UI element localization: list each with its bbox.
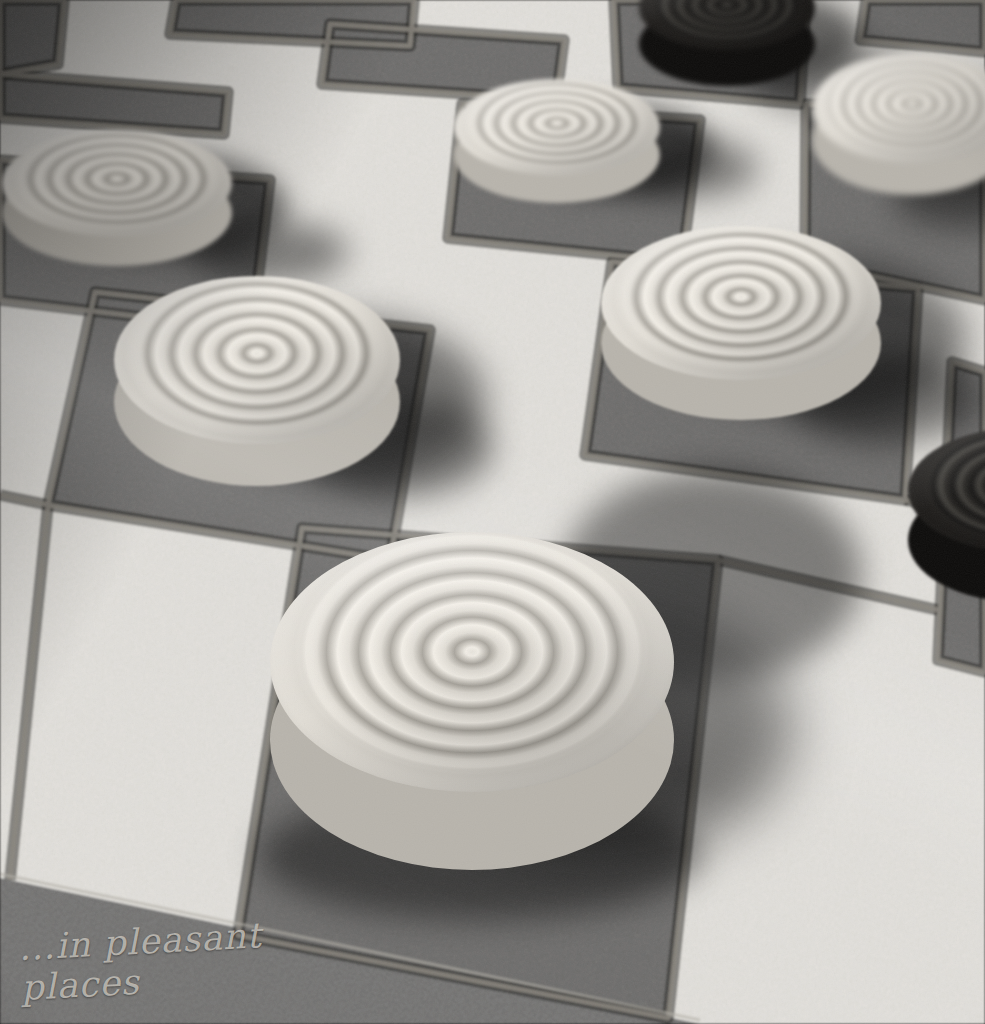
checkers-photo: ⛂⛀⛀⛀⛀⛀⛂⛀ ...in pleasant places	[0, 0, 985, 1024]
piece-white-a3[interactable]: ⛀	[2, 130, 232, 236]
piece-white-c1[interactable]: ⛀	[270, 532, 674, 792]
white-checker-glyph: ⛀	[2, 130, 232, 236]
piece-white-c3[interactable]: ⛀	[454, 79, 660, 175]
white-checker-glyph: ⛀	[454, 79, 660, 175]
white-checker-glyph: ⛀	[601, 226, 881, 380]
white-checker-glyph: ⛀	[114, 276, 400, 444]
piece-white-d2[interactable]: ⛀	[601, 226, 881, 380]
piece-white-b2[interactable]: ⛀	[114, 276, 400, 444]
white-checker-glyph: ⛀	[270, 532, 674, 792]
